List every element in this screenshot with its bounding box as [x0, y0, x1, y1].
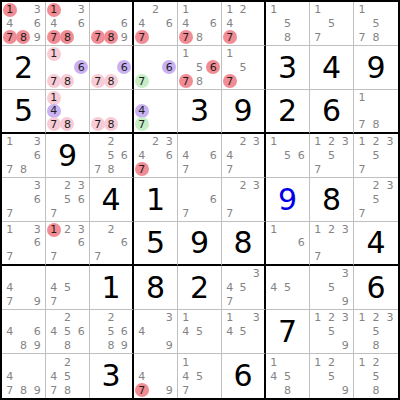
- cell-r3c5[interactable]: 3: [178, 90, 222, 134]
- cell-r4c1[interactable]: 13678: [2, 134, 46, 178]
- candidate-digit-3[interactable]: 3: [253, 136, 260, 147]
- candidate-digit-7[interactable]: 7: [226, 208, 233, 219]
- cell-r5c4[interactable]: 1: [134, 178, 178, 222]
- candidate-digit-5[interactable]: 5: [373, 326, 380, 337]
- candidate-digit-8[interactable]: 8: [20, 32, 27, 43]
- cell-r5c8[interactable]: 8: [310, 178, 354, 222]
- candidate-digit-1[interactable]: 1: [182, 48, 189, 59]
- candidate-digit-1[interactable]: 1: [270, 357, 277, 368]
- candidate-digit-9[interactable]: 9: [342, 340, 349, 351]
- candidate-digit-5[interactable]: 5: [373, 18, 380, 29]
- cell-r7c5[interactable]: 2: [178, 266, 222, 310]
- candidate-digit-4[interactable]: 4: [226, 150, 233, 161]
- cell-r3c2[interactable]: 1478: [46, 90, 90, 134]
- cell-r1c1[interactable]: 1346789: [2, 2, 46, 46]
- candidate-digit-6[interactable]: 6: [34, 150, 41, 161]
- candidate-digit-8[interactable]: 8: [64, 32, 71, 43]
- candidate-digit-6[interactable]: 6: [298, 237, 305, 248]
- cell-r6c2[interactable]: 12367: [46, 222, 90, 266]
- candidate-digit-5[interactable]: 5: [64, 282, 71, 293]
- cell-r2c1[interactable]: 2: [2, 46, 46, 90]
- cell-r1c7[interactable]: 158: [266, 2, 310, 46]
- cell-r3c3[interactable]: 78: [90, 90, 134, 134]
- candidate-digit-2[interactable]: 2: [64, 312, 71, 323]
- candidate-digit-6[interactable]: 6: [210, 150, 217, 161]
- cell-r6c7[interactable]: 16: [266, 222, 310, 266]
- candidate-digit-8[interactable]: 8: [64, 340, 71, 351]
- cell-r5c9[interactable]: 2357: [354, 178, 398, 222]
- cell-r1c3[interactable]: 6789: [90, 2, 134, 46]
- candidate-digit-1[interactable]: 1: [314, 136, 321, 147]
- cell-r4c2[interactable]: 9: [46, 134, 90, 178]
- candidate-digit-4[interactable]: 4: [226, 326, 233, 337]
- candidate-digit-6[interactable]: 6: [166, 18, 173, 29]
- cell-r9c3[interactable]: 3: [90, 354, 134, 398]
- candidate-digit-4[interactable]: 4: [50, 18, 57, 29]
- candidate-digit-4[interactable]: 4: [226, 18, 233, 29]
- candidate-digit-5[interactable]: 5: [239, 62, 246, 73]
- candidate-digit-7[interactable]: 7: [94, 119, 101, 130]
- cell-r2c5[interactable]: 15678: [178, 46, 222, 90]
- candidate-digit-8[interactable]: 8: [373, 119, 380, 130]
- cell-r5c2[interactable]: 23567: [46, 178, 90, 222]
- candidate-digit-6[interactable]: 6: [121, 237, 128, 248]
- candidate-digit-9[interactable]: 9: [166, 385, 173, 396]
- candidate-digit-7[interactable]: 7: [182, 385, 189, 396]
- candidate-digit-7[interactable]: 7: [314, 164, 321, 175]
- cell-r2c9[interactable]: 9: [354, 46, 398, 90]
- cell-r6c4[interactable]: 5: [134, 222, 178, 266]
- cell-r4c4[interactable]: 23467: [134, 134, 178, 178]
- candidate-digit-5[interactable]: 5: [328, 371, 335, 382]
- cell-r9c7[interactable]: 1458: [266, 354, 310, 398]
- candidate-digit-4[interactable]: 4: [270, 282, 277, 293]
- cell-r2c7[interactable]: 3: [266, 46, 310, 90]
- cell-r1c8[interactable]: 157: [310, 2, 354, 46]
- candidate-digit-7[interactable]: 7: [6, 296, 13, 307]
- candidate-digit-6[interactable]: 6: [78, 237, 85, 248]
- candidate-digit-7[interactable]: 7: [314, 32, 321, 43]
- candidate-digit-1[interactable]: 1: [226, 48, 233, 59]
- candidate-digit-2[interactable]: 2: [328, 357, 335, 368]
- candidate-digit-3[interactable]: 3: [342, 136, 349, 147]
- candidate-digit-2[interactable]: 2: [239, 4, 246, 15]
- candidate-digit-1[interactable]: 1: [50, 4, 57, 15]
- candidate-digit-8[interactable]: 8: [64, 76, 71, 87]
- cell-r2c6[interactable]: 157: [222, 46, 266, 90]
- candidate-digit-9[interactable]: 9: [34, 32, 41, 43]
- cell-r3c6[interactable]: 9: [222, 90, 266, 134]
- candidate-digit-6[interactable]: 6: [121, 150, 128, 161]
- candidate-digit-9[interactable]: 9: [34, 340, 41, 351]
- candidate-digit-5[interactable]: 5: [107, 150, 114, 161]
- candidate-digit-9[interactable]: 9: [34, 385, 41, 396]
- candidate-digit-9[interactable]: 9: [342, 385, 349, 396]
- candidate-digit-2[interactable]: 2: [64, 224, 71, 235]
- candidate-digit-3[interactable]: 3: [342, 224, 349, 235]
- candidate-digit-8[interactable]: 8: [107, 76, 114, 87]
- candidate-digit-4[interactable]: 4: [6, 18, 13, 29]
- candidate-digit-2[interactable]: 2: [328, 312, 335, 323]
- cell-r1c2[interactable]: 134678: [46, 2, 90, 46]
- candidate-grid: 13678: [3, 135, 44, 176]
- candidate-digit-1[interactable]: 1: [50, 92, 57, 103]
- cell-r5c5[interactable]: 67: [178, 178, 222, 222]
- candidate-digit-4[interactable]: 4: [6, 371, 13, 382]
- candidate-pos-5: 5: [369, 193, 383, 207]
- candidate-digit-2[interactable]: 2: [107, 224, 114, 235]
- candidate-digit-8[interactable]: 8: [64, 385, 71, 396]
- candidate-digit-2[interactable]: 2: [373, 357, 380, 368]
- cell-r7c3[interactable]: 1: [90, 266, 134, 310]
- candidate-digit-3[interactable]: 3: [34, 136, 41, 147]
- cell-r5c7[interactable]: 9: [266, 178, 310, 222]
- candidate-digit-9[interactable]: 9: [166, 340, 173, 351]
- candidate-digit-5[interactable]: 5: [196, 326, 203, 337]
- cell-r7c8[interactable]: 359: [310, 266, 354, 310]
- candidate-digit-7[interactable]: 7: [359, 208, 366, 219]
- candidate-digit-5[interactable]: 5: [373, 150, 380, 161]
- candidate-digit-6[interactable]: 6: [78, 62, 85, 73]
- candidate-digit-6[interactable]: 6: [34, 18, 41, 29]
- candidate-digit-9[interactable]: 9: [342, 296, 349, 307]
- candidate-digit-4[interactable]: 4: [138, 105, 145, 116]
- candidate-digit-6[interactable]: 6: [298, 150, 305, 161]
- candidate-digit-7[interactable]: 7: [138, 76, 145, 87]
- candidate-digit-9[interactable]: 9: [121, 340, 128, 351]
- cell-r9c5[interactable]: 1457: [178, 354, 222, 398]
- cell-r8c5[interactable]: 145: [178, 310, 222, 354]
- candidate-digit-7[interactable]: 7: [359, 119, 366, 130]
- candidate-digit-5[interactable]: 5: [284, 282, 291, 293]
- candidate-digit-7[interactable]: 7: [138, 32, 145, 43]
- candidate-digit-1[interactable]: 1: [6, 4, 13, 15]
- candidate-digit-1[interactable]: 1: [359, 4, 366, 15]
- candidate-digit-7[interactable]: 7: [6, 164, 13, 175]
- candidate-digit-7[interactable]: 7: [50, 119, 57, 130]
- candidate-digit-7[interactable]: 7: [6, 385, 13, 396]
- candidate-digit-7[interactable]: 7: [182, 76, 189, 87]
- cell-r5c1[interactable]: 367: [2, 178, 46, 222]
- cell-r9c1[interactable]: 4789: [2, 354, 46, 398]
- candidate-digit-7[interactable]: 7: [50, 251, 57, 262]
- candidate-digit-7[interactable]: 7: [94, 76, 101, 87]
- candidate-digit-4[interactable]: 4: [6, 282, 13, 293]
- candidate-digit-1[interactable]: 1: [50, 48, 57, 59]
- candidate-digit-6[interactable]: 6: [34, 237, 41, 248]
- cell-r5c6[interactable]: 237: [222, 178, 266, 222]
- candidate-digit-1[interactable]: 1: [359, 92, 366, 103]
- candidate-digit-7[interactable]: 7: [6, 208, 13, 219]
- candidate-digit-1[interactable]: 1: [314, 312, 321, 323]
- candidate-digit-5[interactable]: 5: [196, 62, 203, 73]
- candidate-digit-5[interactable]: 5: [284, 150, 291, 161]
- candidate-digit-7[interactable]: 7: [138, 119, 145, 130]
- cell-r6c8[interactable]: 1237: [310, 222, 354, 266]
- candidate-digit-6[interactable]: 6: [121, 18, 128, 29]
- candidate-digit-1[interactable]: 1: [226, 312, 233, 323]
- candidate-digit-3[interactable]: 3: [166, 312, 173, 323]
- candidate-digit-3[interactable]: 3: [78, 224, 85, 235]
- candidate-digit-2[interactable]: 2: [64, 357, 71, 368]
- candidate-digit-7[interactable]: 7: [359, 32, 366, 43]
- candidate-digit-1[interactable]: 1: [359, 136, 366, 147]
- candidate-digit-1[interactable]: 1: [314, 224, 321, 235]
- candidate-digit-3[interactable]: 3: [166, 136, 173, 147]
- cell-r1c6[interactable]: 1247: [222, 2, 266, 46]
- candidate-digit-3[interactable]: 3: [387, 136, 394, 147]
- candidate-digit-1[interactable]: 1: [6, 136, 13, 147]
- candidate-digit-4[interactable]: 4: [182, 371, 189, 382]
- candidate-digit-8[interactable]: 8: [20, 385, 27, 396]
- candidate-digit-5[interactable]: 5: [239, 326, 246, 337]
- candidate-digit-2[interactable]: 2: [328, 224, 335, 235]
- candidate-digit-8[interactable]: 8: [373, 340, 380, 351]
- candidate-digit-4[interactable]: 4: [182, 326, 189, 337]
- cell-r5c3[interactable]: 4: [90, 178, 134, 222]
- candidate-digit-6[interactable]: 6: [34, 194, 41, 205]
- candidate-digit-3[interactable]: 3: [387, 312, 394, 323]
- candidate-digit-5[interactable]: 5: [239, 282, 246, 293]
- candidate-digit-5[interactable]: 5: [64, 371, 71, 382]
- candidate-digit-8[interactable]: 8: [196, 32, 203, 43]
- candidate-digit-3[interactable]: 3: [34, 224, 41, 235]
- cell-r7c1[interactable]: 479: [2, 266, 46, 310]
- cell-r1c5[interactable]: 14678: [178, 2, 222, 46]
- candidate-digit-5[interactable]: 5: [64, 326, 71, 337]
- cell-r8c2[interactable]: 24568: [46, 310, 90, 354]
- cell-r3c9[interactable]: 178: [354, 90, 398, 134]
- candidate-digit-1[interactable]: 1: [270, 136, 277, 147]
- candidate-digit-1[interactable]: 1: [314, 357, 321, 368]
- candidate-digit-3[interactable]: 3: [253, 180, 260, 191]
- cell-r4c5[interactable]: 467: [178, 134, 222, 178]
- candidate-digit-8[interactable]: 8: [373, 385, 380, 396]
- candidate-digit-3[interactable]: 3: [253, 268, 260, 279]
- candidate-digit-1[interactable]: 1: [6, 224, 13, 235]
- candidate-digit-6[interactable]: 6: [121, 62, 128, 73]
- candidate-digit-7[interactable]: 7: [94, 251, 101, 262]
- candidate-digit-1[interactable]: 1: [182, 357, 189, 368]
- candidate-digit-6[interactable]: 6: [34, 326, 41, 337]
- candidate-digit-1[interactable]: 1: [270, 224, 277, 235]
- candidate-digit-4[interactable]: 4: [226, 282, 233, 293]
- cell-r4c9[interactable]: 12357: [354, 134, 398, 178]
- candidate-digit-4[interactable]: 4: [138, 371, 145, 382]
- candidate-digit-5[interactable]: 5: [328, 18, 335, 29]
- candidate-digit-2[interactable]: 2: [373, 180, 380, 191]
- cell-r4c6[interactable]: 2347: [222, 134, 266, 178]
- candidate-digit-9[interactable]: 9: [121, 32, 128, 43]
- candidate-digit-2[interactable]: 2: [239, 180, 246, 191]
- cell-r7c7[interactable]: 45: [266, 266, 310, 310]
- cell-r1c4[interactable]: 2467: [134, 2, 178, 46]
- candidate-digit-6[interactable]: 6: [210, 18, 217, 29]
- candidate-digit-2[interactable]: 2: [107, 136, 114, 147]
- candidate-digit-7[interactable]: 7: [50, 208, 57, 219]
- cell-r8c6[interactable]: 1345: [222, 310, 266, 354]
- candidate-digit-4[interactable]: 4: [138, 326, 145, 337]
- candidate-digit-7[interactable]: 7: [182, 208, 189, 219]
- candidate-digit-2[interactable]: 2: [64, 180, 71, 191]
- candidate-digit-7[interactable]: 7: [226, 164, 233, 175]
- candidate-digit-6[interactable]: 6: [210, 62, 217, 73]
- candidate-digit-5[interactable]: 5: [107, 326, 114, 337]
- candidate-pos-9: [250, 338, 263, 352]
- candidate-digit-4[interactable]: 4: [138, 150, 145, 161]
- cell-r6c6[interactable]: 8: [222, 222, 266, 266]
- cell-r3c7[interactable]: 2: [266, 90, 310, 134]
- candidate-digit-4[interactable]: 4: [50, 326, 57, 337]
- candidate-digit-4[interactable]: 4: [50, 282, 57, 293]
- candidate-digit-7[interactable]: 7: [182, 164, 189, 175]
- candidate-digit-2[interactable]: 2: [373, 136, 380, 147]
- candidate-digit-7[interactable]: 7: [226, 76, 233, 87]
- cell-r6c5[interactable]: 9: [178, 222, 222, 266]
- candidate-digit-5[interactable]: 5: [284, 371, 291, 382]
- cell-r8c7[interactable]: 7: [266, 310, 310, 354]
- cell-r6c1[interactable]: 1367: [2, 222, 46, 266]
- candidate-digit-7[interactable]: 7: [359, 164, 366, 175]
- candidate-digit-8[interactable]: 8: [107, 340, 114, 351]
- candidate-digit-7[interactable]: 7: [314, 251, 321, 262]
- candidate-digit-1[interactable]: 1: [270, 4, 277, 15]
- cell-r9c4[interactable]: 479: [134, 354, 178, 398]
- candidate-digit-1[interactable]: 1: [226, 4, 233, 15]
- candidate-digit-1[interactable]: 1: [50, 224, 57, 235]
- cell-r3c8[interactable]: 6: [310, 90, 354, 134]
- cell-r9c8[interactable]: 1259: [310, 354, 354, 398]
- candidate-digit-7[interactable]: 7: [94, 164, 101, 175]
- candidate-digit-3[interactable]: 3: [78, 180, 85, 191]
- candidate-digit-8[interactable]: 8: [107, 164, 114, 175]
- cell-r2c2[interactable]: 1678: [46, 46, 90, 90]
- candidate-digit-3[interactable]: 3: [34, 180, 41, 191]
- candidate-digit-8[interactable]: 8: [284, 32, 291, 43]
- cell-r7c2[interactable]: 457: [46, 266, 90, 310]
- candidate-digit-6[interactable]: 6: [78, 326, 85, 337]
- candidate-digit-4[interactable]: 4: [50, 105, 57, 116]
- cell-r2c8[interactable]: 4: [310, 46, 354, 90]
- candidate-digit-2[interactable]: 2: [152, 4, 159, 15]
- candidate-digit-5[interactable]: 5: [373, 194, 380, 205]
- candidate-digit-3[interactable]: 3: [387, 180, 394, 191]
- cell-r3c1[interactable]: 5: [2, 90, 46, 134]
- candidate-digit-7[interactable]: 7: [138, 164, 145, 175]
- candidate-digit-7[interactable]: 7: [50, 32, 57, 43]
- candidate-digit-7[interactable]: 7: [226, 296, 233, 307]
- candidate-digit-7[interactable]: 7: [226, 32, 233, 43]
- cell-r7c6[interactable]: 3457: [222, 266, 266, 310]
- candidate-digit-5[interactable]: 5: [196, 371, 203, 382]
- candidate-digit-7[interactable]: 7: [50, 385, 57, 396]
- candidate-digit-3[interactable]: 3: [342, 268, 349, 279]
- candidate-digit-4[interactable]: 4: [50, 371, 57, 382]
- candidate-digit-1[interactable]: 1: [182, 4, 189, 15]
- candidate-digit-2[interactable]: 2: [239, 136, 246, 147]
- candidate-digit-5[interactable]: 5: [373, 371, 380, 382]
- cell-r6c9[interactable]: 4: [354, 222, 398, 266]
- candidate-digit-1[interactable]: 1: [314, 4, 321, 15]
- cell-r9c6[interactable]: 6: [222, 354, 266, 398]
- candidate-digit-2[interactable]: 2: [373, 312, 380, 323]
- candidate-digit-3[interactable]: 3: [78, 4, 85, 15]
- candidate-digit-5[interactable]: 5: [328, 150, 335, 161]
- candidate-digit-4[interactable]: 4: [138, 18, 145, 29]
- candidate-digit-6[interactable]: 6: [121, 326, 128, 337]
- candidate-digit-1[interactable]: 1: [182, 312, 189, 323]
- candidate-digit-3[interactable]: 3: [34, 4, 41, 15]
- cell-r4c3[interactable]: 25678: [90, 134, 134, 178]
- candidate-digit-3[interactable]: 3: [253, 312, 260, 323]
- cell-r4c8[interactable]: 12357: [310, 134, 354, 178]
- cell-r8c1[interactable]: 4689: [2, 310, 46, 354]
- candidate-digit-1[interactable]: 1: [359, 312, 366, 323]
- candidate-digit-7[interactable]: 7: [6, 32, 13, 43]
- candidate-digit-8[interactable]: 8: [373, 32, 380, 43]
- candidate-digit-4[interactable]: 4: [182, 150, 189, 161]
- candidate-digit-6[interactable]: 6: [210, 194, 217, 205]
- candidate-digit-7[interactable]: 7: [138, 385, 145, 396]
- candidate-digit-4[interactable]: 4: [6, 326, 13, 337]
- cell-r8c9[interactable]: 12358: [354, 310, 398, 354]
- candidate-digit-9[interactable]: 9: [34, 296, 41, 307]
- candidate-digit-4[interactable]: 4: [270, 371, 277, 382]
- cell-r8c3[interactable]: 25689: [90, 310, 134, 354]
- candidate-digit-8[interactable]: 8: [107, 119, 114, 130]
- candidate-digit-3[interactable]: 3: [342, 312, 349, 323]
- candidate-digit-2[interactable]: 2: [152, 136, 159, 147]
- candidate-digit-6[interactable]: 6: [78, 18, 85, 29]
- candidate-digit-4[interactable]: 4: [182, 18, 189, 29]
- candidate-digit-5[interactable]: 5: [328, 282, 335, 293]
- candidate-pos-1: 1: [179, 47, 193, 61]
- candidate-digit-2[interactable]: 2: [107, 312, 114, 323]
- cell-r4c7[interactable]: 156: [266, 134, 310, 178]
- candidate-digit-7[interactable]: 7: [6, 251, 13, 262]
- candidate-digit-7[interactable]: 7: [50, 296, 57, 307]
- candidate-digit-5[interactable]: 5: [328, 326, 335, 337]
- candidate-digit-1[interactable]: 1: [359, 357, 366, 368]
- candidate-digit-5[interactable]: 5: [284, 18, 291, 29]
- cell-r7c4[interactable]: 8: [134, 266, 178, 310]
- cell-r2c4[interactable]: 67: [134, 46, 178, 90]
- candidate-digit-8[interactable]: 8: [20, 340, 27, 351]
- candidate-digit-8[interactable]: 8: [20, 164, 27, 175]
- candidate-digit-8[interactable]: 8: [107, 32, 114, 43]
- cell-r8c4[interactable]: 349: [134, 310, 178, 354]
- cell-r8c8[interactable]: 12359: [310, 310, 354, 354]
- cell-r3c4[interactable]: 47: [134, 90, 178, 134]
- cell-r9c2[interactable]: 24578: [46, 354, 90, 398]
- candidate-digit-6[interactable]: 6: [166, 62, 173, 73]
- candidate-digit-7[interactable]: 7: [94, 32, 101, 43]
- cell-r7c9[interactable]: 6: [354, 266, 398, 310]
- candidate-digit-8[interactable]: 8: [284, 385, 291, 396]
- cell-r1c9[interactable]: 1578: [354, 2, 398, 46]
- cell-r6c3[interactable]: 267: [90, 222, 134, 266]
- cell-r2c3[interactable]: 678: [90, 46, 134, 90]
- candidate-digit-5[interactable]: 5: [64, 194, 71, 205]
- candidate-digit-8[interactable]: 8: [196, 76, 203, 87]
- candidate-digit-8[interactable]: 8: [64, 119, 71, 130]
- candidate-digit-2[interactable]: 2: [328, 136, 335, 147]
- candidate-digit-7[interactable]: 7: [50, 76, 57, 87]
- candidate-digit-7[interactable]: 7: [182, 32, 189, 43]
- candidate-digit-6[interactable]: 6: [78, 194, 85, 205]
- cell-r9c9[interactable]: 1258: [354, 354, 398, 398]
- candidate-digit-6[interactable]: 6: [166, 150, 173, 161]
